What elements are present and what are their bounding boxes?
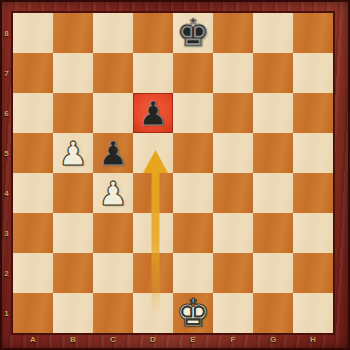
file-label-c: C <box>93 333 133 350</box>
square-b3[interactable] <box>53 213 93 253</box>
square-a6[interactable] <box>13 93 53 133</box>
square-g4[interactable] <box>253 173 293 213</box>
square-a8[interactable] <box>13 13 53 53</box>
square-d3[interactable] <box>133 213 173 253</box>
square-a1[interactable] <box>13 293 53 333</box>
file-label-a: A <box>13 333 53 350</box>
square-e6[interactable] <box>173 93 213 133</box>
square-c7[interactable] <box>93 53 133 93</box>
square-h3[interactable] <box>293 213 333 253</box>
square-h7[interactable] <box>293 53 333 93</box>
chess-board: ♚♟♟♟♟♚ <box>13 13 333 333</box>
white-pawn-piece[interactable]: ♟ <box>58 137 88 170</box>
square-c8[interactable] <box>93 13 133 53</box>
square-d4[interactable] <box>133 173 173 213</box>
file-label-d: D <box>133 333 173 350</box>
square-h2[interactable] <box>293 253 333 293</box>
square-c4[interactable]: ♟ <box>93 173 133 213</box>
rank-label-1: 1 <box>0 293 13 333</box>
file-label-h: H <box>293 333 333 350</box>
square-h1[interactable] <box>293 293 333 333</box>
square-d2[interactable] <box>133 253 173 293</box>
square-b6[interactable] <box>53 93 93 133</box>
black-pawn-piece[interactable]: ♟ <box>98 137 128 170</box>
square-h4[interactable] <box>293 173 333 213</box>
square-a2[interactable] <box>13 253 53 293</box>
file-label-e: E <box>173 333 213 350</box>
square-b7[interactable] <box>53 53 93 93</box>
square-g5[interactable] <box>253 133 293 173</box>
square-b8[interactable] <box>53 13 93 53</box>
square-f1[interactable] <box>213 293 253 333</box>
square-f3[interactable] <box>213 213 253 253</box>
rank-label-4: 4 <box>0 173 13 213</box>
file-labels: ABCDEFGH <box>13 333 333 350</box>
square-a7[interactable] <box>13 53 53 93</box>
rank-label-5: 5 <box>0 133 13 173</box>
square-a4[interactable] <box>13 173 53 213</box>
square-h6[interactable] <box>293 93 333 133</box>
rank-labels: 87654321 <box>0 13 13 333</box>
square-d8[interactable] <box>133 13 173 53</box>
rank-label-6: 6 <box>0 93 13 133</box>
square-g6[interactable] <box>253 93 293 133</box>
square-f2[interactable] <box>213 253 253 293</box>
square-d7[interactable] <box>133 53 173 93</box>
square-a3[interactable] <box>13 213 53 253</box>
white-king-piece[interactable]: ♚ <box>176 294 210 332</box>
square-d5[interactable] <box>133 133 173 173</box>
square-b5[interactable]: ♟ <box>53 133 93 173</box>
black-pawn-piece[interactable]: ♟ <box>138 97 168 130</box>
square-g8[interactable] <box>253 13 293 53</box>
square-e8[interactable]: ♚ <box>173 13 213 53</box>
file-label-g: G <box>253 333 293 350</box>
square-e4[interactable] <box>173 173 213 213</box>
square-g7[interactable] <box>253 53 293 93</box>
square-f7[interactable] <box>213 53 253 93</box>
square-e1[interactable]: ♚ <box>173 293 213 333</box>
square-b4[interactable] <box>53 173 93 213</box>
square-g2[interactable] <box>253 253 293 293</box>
square-e7[interactable] <box>173 53 213 93</box>
chess-board-frame: 87654321 ABCDEFGH ♚♟♟♟♟♚ <box>0 0 350 350</box>
square-c6[interactable] <box>93 93 133 133</box>
square-b1[interactable] <box>53 293 93 333</box>
square-h8[interactable] <box>293 13 333 53</box>
black-king-piece[interactable]: ♚ <box>176 14 210 52</box>
rank-label-8: 8 <box>0 13 13 53</box>
square-b2[interactable] <box>53 253 93 293</box>
file-label-f: F <box>213 333 253 350</box>
square-h5[interactable] <box>293 133 333 173</box>
file-label-b: B <box>53 333 93 350</box>
white-pawn-piece[interactable]: ♟ <box>98 177 128 210</box>
square-f8[interactable] <box>213 13 253 53</box>
square-f4[interactable] <box>213 173 253 213</box>
square-f6[interactable] <box>213 93 253 133</box>
square-d1[interactable] <box>133 293 173 333</box>
square-g1[interactable] <box>253 293 293 333</box>
square-c1[interactable] <box>93 293 133 333</box>
square-e5[interactable] <box>173 133 213 173</box>
square-e3[interactable] <box>173 213 213 253</box>
square-g3[interactable] <box>253 213 293 253</box>
rank-label-2: 2 <box>0 253 13 293</box>
square-f5[interactable] <box>213 133 253 173</box>
square-a5[interactable] <box>13 133 53 173</box>
square-c5[interactable]: ♟ <box>93 133 133 173</box>
square-d6[interactable]: ♟ <box>133 93 173 133</box>
rank-label-3: 3 <box>0 213 13 253</box>
rank-label-7: 7 <box>0 53 13 93</box>
square-e2[interactable] <box>173 253 213 293</box>
square-c2[interactable] <box>93 253 133 293</box>
square-c3[interactable] <box>93 213 133 253</box>
